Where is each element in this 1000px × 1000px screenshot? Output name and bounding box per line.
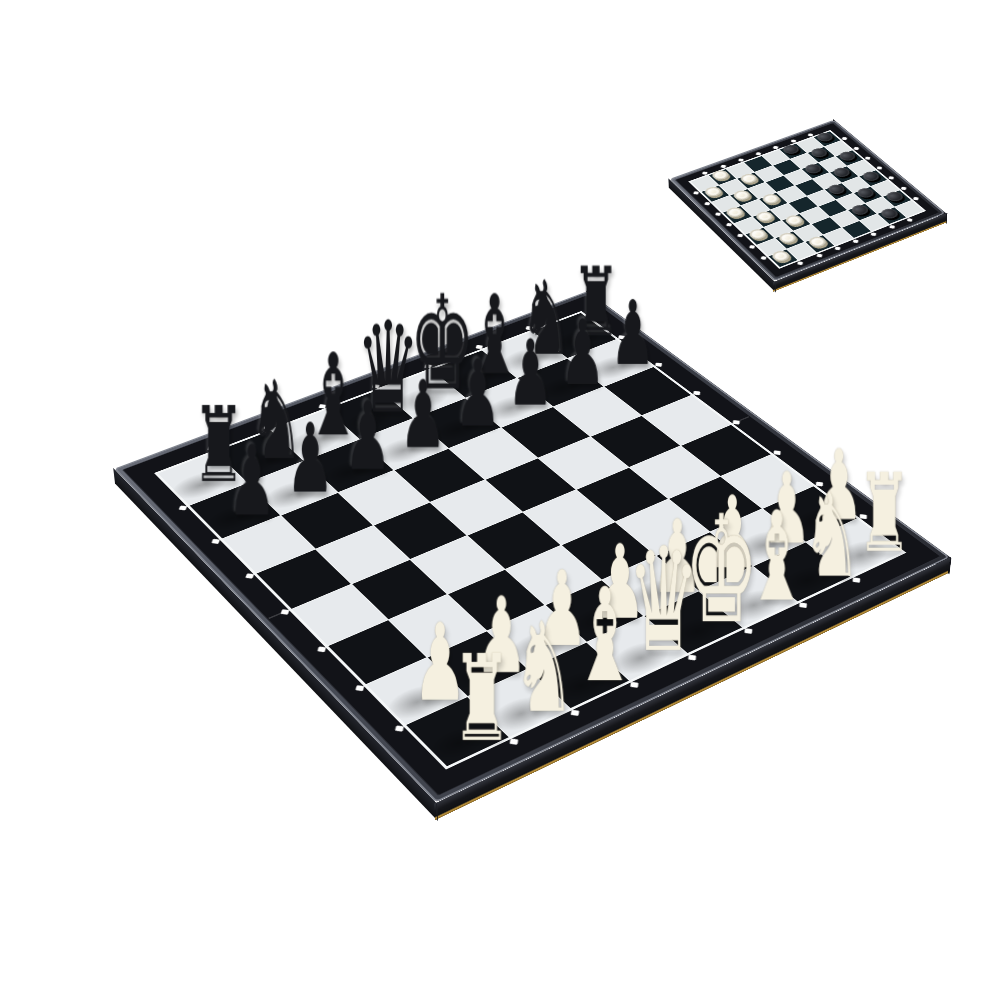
checkers-square-d6 [766, 176, 794, 192]
frame-notch [720, 165, 726, 168]
checkers-square-c7 [738, 173, 765, 189]
chess-piece-white-knight: ♞ [513, 605, 576, 729]
checkers-piece-black-man [837, 150, 859, 162]
frame-notch [744, 628, 752, 634]
chess-square-b2 [428, 632, 527, 697]
piece-shadow [334, 402, 404, 439]
frame-notch [372, 384, 380, 388]
chess-piece-cell-d1: ♛ [587, 617, 689, 682]
chess-square-g6 [554, 387, 641, 436]
chess-square-b8 [215, 431, 303, 483]
piece-shadow [417, 717, 500, 769]
checkers-square-h3 [871, 180, 899, 196]
chess-square-a8 [158, 452, 246, 505]
piece-shadow [616, 572, 692, 616]
chess-square-g1 [754, 543, 850, 602]
chess-piece-white-pawn: ♟ [651, 507, 702, 608]
chess-square-e8 [380, 370, 465, 418]
frame-notch [318, 404, 326, 408]
chess-piece-cell-c2: ♟ [486, 606, 587, 670]
piece-shadow [779, 501, 852, 542]
chess-square-e7 [414, 398, 501, 448]
frame-notch [816, 482, 823, 487]
checkers-square-h7 [825, 141, 852, 156]
checkers-board [669, 120, 946, 282]
checkers-square-d2 [812, 217, 840, 234]
chess-square-d6 [394, 449, 483, 502]
chess-piece-white-bishop: ♝ [746, 495, 809, 619]
checkers-square-g4 [842, 177, 870, 193]
frame-notch [355, 685, 364, 691]
checkers-piece-white-man [710, 169, 732, 182]
frame-notch [799, 603, 807, 608]
chess-piece-cell-g7: ♟ [517, 357, 604, 406]
chess-square-g5 [591, 416, 680, 467]
checkers-piece-black-man [848, 203, 871, 216]
checkers-square-e6 [784, 170, 811, 186]
chess-square-h7 [568, 340, 653, 386]
checkers-square-a8 [691, 176, 718, 192]
frame-notch [526, 326, 533, 330]
chess-square-e1 [644, 591, 742, 653]
checkers-square-e8 [762, 150, 789, 165]
chess-square-e5 [485, 458, 575, 511]
checkers-square-b3 [764, 221, 792, 238]
chess-piece-cell-g8: ♞ [482, 330, 568, 377]
checkers-square-h1 [895, 201, 923, 218]
frame-notch [715, 212, 721, 216]
frame-notch [630, 682, 639, 688]
frame-notch [733, 420, 740, 424]
chess-piece-black-pawn: ♟ [610, 289, 655, 378]
chess-piece-black-pawn: ♟ [400, 368, 447, 461]
chess-piece-black-knight: ♞ [249, 366, 304, 475]
piece-shadow [441, 362, 509, 397]
chess-square-h6 [604, 367, 690, 415]
frame-notch [749, 245, 755, 249]
checkers-square-e4 [807, 190, 835, 206]
chess-piece-cell-e2: ♟ [602, 556, 701, 617]
frame-notch [211, 539, 220, 544]
chess-square-b3 [389, 595, 486, 657]
chess-piece-white-pawn: ♟ [475, 583, 528, 688]
chess-piece-black-rook: ♜ [572, 254, 621, 350]
frame-notch [571, 710, 580, 716]
frame-notch [704, 202, 710, 205]
frame-notch [693, 191, 699, 194]
chess-piece-white-pawn: ♟ [814, 436, 863, 533]
chess-square-a7 [190, 483, 280, 538]
checkers-piece-black-man [780, 143, 801, 155]
chess-square-b1 [468, 670, 569, 737]
chess-piece-cell-c7: ♟ [302, 439, 393, 493]
checkers-square-h5 [848, 160, 875, 176]
chess-piece-cell-f7: ♟ [465, 377, 553, 427]
checkers-piece-white-man [769, 249, 792, 263]
checkers-square-c2 [794, 224, 823, 241]
checkers-square-f2 [848, 204, 876, 221]
checkers-square-g7 [808, 147, 835, 162]
piece-shadow [439, 650, 519, 698]
piece-shadow [726, 524, 800, 566]
checkers-square-f3 [836, 193, 864, 209]
chess-square-c3 [448, 570, 544, 631]
chess-piece-cell-h8: ♜ [532, 311, 617, 357]
checkers-piece-white-man [753, 210, 775, 223]
chess-square-a3 [329, 620, 427, 684]
chess-piece-black-pawn: ♟ [454, 348, 501, 440]
chess-square-f6 [502, 407, 590, 457]
chess-piece-cell-b2: ♟ [426, 632, 528, 698]
frame-notch [726, 223, 732, 227]
chess-square-g2 [711, 509, 805, 566]
checkers-square-a7 [702, 186, 730, 202]
checkers-piece-white-man [783, 213, 806, 226]
checkers-square-g3 [854, 187, 882, 203]
chess-piece-cell-b8: ♞ [212, 430, 302, 483]
checkers-square-g5 [830, 167, 857, 183]
chess-square-e6 [449, 428, 538, 480]
checkers-piece-white-man [738, 172, 760, 185]
checkers-square-a4 [734, 217, 762, 234]
piece-shadow [480, 689, 561, 739]
checkers-square-f1 [860, 214, 889, 231]
chess-piece-white-king: ♚ [684, 497, 759, 645]
checkers-board-rim [669, 120, 946, 282]
chess-square-f3 [616, 499, 709, 555]
checkers-piece-white-man [776, 231, 799, 245]
frame-notch [737, 234, 743, 238]
piece-shadow [580, 350, 647, 384]
chess-square-f8 [432, 350, 517, 397]
chess-piece-cell-a8: ♜ [154, 451, 245, 505]
frame-notch [889, 225, 895, 229]
chess-board: ♜♞♝♛♚♝♞♜♟♟♟♟♟♟♟♟♟♟♟♟♟♟♟♟♜♞♝♛♚♝♞♜ [114, 291, 950, 802]
frame-notch [773, 450, 780, 455]
checkers-square-f6 [802, 163, 829, 179]
chess-piece-cell-b1: ♞ [467, 671, 571, 740]
checkers-square-g6 [819, 157, 846, 172]
frame-notch [790, 140, 796, 143]
chess-piece-cell-e8: ♚ [378, 368, 465, 417]
chess-square-h4 [681, 425, 771, 476]
checkers-piece-black-man [825, 183, 847, 196]
piece-shadow [377, 677, 458, 726]
chess-board-rim [114, 291, 950, 802]
chess-piece-black-pawn: ♟ [344, 389, 392, 484]
piece-shadow [477, 390, 546, 426]
chess-square-d3 [506, 546, 601, 605]
chess-square-f2 [657, 532, 752, 590]
checkers-square-a3 [746, 227, 774, 244]
checkers-piece-black-man [814, 131, 835, 143]
chess-square-d4 [467, 512, 560, 569]
piece-shadow [672, 548, 747, 591]
chess-piece-cell-e1: ♚ [645, 592, 746, 656]
chess-square-e3 [562, 522, 656, 579]
chess-scene: ♜♞♝♛♚♝♞♜♟♟♟♟♟♟♟♟♟♟♟♟♟♟♟♟♜♞♝♛♚♝♞♜ [0, 0, 1000, 1000]
chess-square-a5 [257, 549, 351, 608]
chess-piece-cell-c8: ♝ [269, 409, 358, 461]
piece-shadow [423, 411, 493, 448]
chess-square-d7 [360, 419, 448, 470]
checkers-square-c5 [760, 193, 788, 209]
frame-notch [264, 425, 272, 429]
piece-shadow [529, 370, 597, 405]
checkers-square-e7 [773, 160, 800, 176]
checkers-square-g8 [797, 138, 824, 153]
chess-piece-white-pawn: ♟ [761, 459, 811, 557]
chess-piece-white-pawn: ♟ [412, 610, 466, 717]
chess-piece-cell-f8: ♝ [430, 349, 517, 397]
checkers-square-h2 [883, 190, 911, 206]
checkers-square-f8 [779, 144, 806, 159]
chess-square-b6 [281, 493, 372, 549]
chess-piece-black-bishop: ♝ [467, 280, 522, 389]
chess-square-b7 [248, 461, 337, 515]
frame-notch [395, 725, 404, 731]
frame-notch [816, 254, 822, 258]
checkers-board-frame [675, 123, 941, 278]
piece-shadow [500, 623, 579, 670]
chess-piece-white-rook: ♜ [857, 460, 912, 568]
checkers-square-d7 [755, 166, 782, 182]
chess-piece-cell-g2: ♟ [712, 509, 809, 567]
chess-piece-cell-h2: ♟ [765, 486, 861, 543]
frame-notch [888, 176, 894, 179]
checkers-scene [0, 0, 1000, 1000]
piece-shadow [279, 422, 350, 460]
chess-board-front-edge [434, 557, 951, 821]
chess-square-f1 [700, 567, 797, 627]
piece-shadow [542, 662, 622, 711]
frame-notch [834, 247, 840, 251]
chess-pieces-layer: ♜♞♝♛♚♝♞♜♟♟♟♟♟♟♟♟♟♟♟♟♟♟♟♟♜♞♝♛♚♝♞♜ [154, 311, 906, 770]
frame-notch [424, 364, 432, 368]
chess-square-d2 [546, 581, 643, 642]
frame-notch [907, 218, 913, 222]
chess-piece-cell-a1: ♜ [404, 699, 509, 770]
chess-piece-black-knight: ♞ [520, 267, 572, 369]
checkers-square-d1 [824, 228, 853, 245]
frame-notch [797, 261, 803, 265]
checkers-square-h4 [859, 170, 887, 186]
checkers-square-e2 [830, 210, 858, 227]
frame-notch [179, 506, 188, 511]
checkers-piece-black-man [860, 170, 882, 183]
frame-notch [852, 577, 860, 582]
checkers-square-b1 [787, 242, 816, 259]
chess-square-d5 [430, 480, 521, 535]
checkers-square-h8 [814, 131, 841, 146]
chess-square-b4 [352, 560, 447, 620]
chess-square-f4 [577, 467, 668, 521]
frame-notch [207, 446, 215, 451]
chess-piece-black-king: ♚ [409, 279, 475, 409]
chess-square-g7 [518, 359, 603, 407]
chess-piece-black-pawn: ♟ [560, 308, 606, 398]
frame-notch [773, 146, 779, 149]
piece-shadow [389, 381, 458, 417]
chess-square-c1 [528, 643, 628, 708]
checkers-square-g1 [877, 207, 905, 224]
frame-notch [842, 137, 848, 140]
checkers-piece-black-man [854, 186, 876, 199]
checkers-square-b5 [742, 199, 770, 215]
chess-piece-cell-c1: ♝ [528, 644, 631, 711]
chess-board-right-edge [586, 291, 952, 575]
chess-square-c5 [374, 503, 466, 559]
chess-piece-white-pawn: ♟ [707, 483, 758, 583]
chess-piece-black-bishop: ♝ [304, 339, 362, 452]
chess-grid [154, 311, 906, 770]
frame-notch [655, 363, 662, 367]
checkers-square-c1 [806, 235, 835, 252]
checkers-piece-black-man [883, 190, 905, 203]
chess-square-e2 [602, 556, 698, 616]
chess-piece-black-pawn: ♟ [286, 411, 335, 507]
chess-square-f5 [539, 437, 629, 489]
piece-shadow [659, 609, 737, 655]
checkers-board-left-edge [668, 178, 775, 292]
chess-square-c4 [410, 536, 504, 594]
checkers-square-a2 [757, 238, 786, 255]
chess-square-a2 [367, 658, 467, 724]
chess-square-e4 [523, 490, 615, 545]
chess-piece-white-pawn: ♟ [535, 557, 588, 661]
chess-square-h2 [763, 486, 856, 541]
checkers-square-b4 [753, 210, 781, 227]
checkers-square-c6 [749, 183, 777, 199]
checkers-square-d4 [789, 196, 817, 212]
frame-notch [871, 232, 877, 236]
chess-square-a4 [292, 584, 388, 645]
checkers-square-e5 [795, 180, 823, 196]
checkers-square-a5 [723, 206, 751, 223]
checkers-piece-black-man [808, 147, 830, 159]
frame-notch [807, 133, 813, 136]
chess-piece-cell-h1: ♜ [809, 519, 907, 578]
checkers-square-c4 [771, 203, 799, 220]
frame-notch [853, 147, 859, 150]
frame-notch [853, 239, 859, 243]
piece-shadow [824, 534, 899, 577]
checkers-square-f5 [813, 173, 841, 189]
chess-piece-black-pawn: ♟ [508, 328, 554, 419]
checkers-square-e1 [842, 221, 871, 238]
chess-square-g8 [483, 331, 567, 377]
chess-square-d8 [326, 390, 412, 439]
frame-notch [738, 158, 744, 161]
chess-square-c7 [304, 440, 393, 492]
chess-piece-cell-f1: ♝ [701, 567, 801, 629]
chess-piece-black-rook: ♜ [192, 393, 245, 497]
checkers-square-d3 [800, 207, 828, 224]
checkers-grid [688, 130, 926, 269]
board-hinge-seam [268, 416, 749, 619]
frame-notch [760, 256, 766, 260]
checkers-square-b8 [709, 169, 736, 185]
chess-square-a1 [406, 697, 508, 766]
checkers-square-d8 [745, 156, 772, 171]
checkers-square-c3 [782, 214, 810, 231]
chess-piece-cell-b7: ♟ [245, 460, 336, 515]
checkers-piece-white-man [746, 227, 769, 241]
frame-notch [281, 609, 290, 614]
chess-square-a6 [222, 516, 314, 573]
frame-notch [901, 186, 907, 189]
checkers-board-right-edge [833, 119, 947, 224]
checkers-piece-white-man [760, 192, 782, 205]
piece-shadow [255, 475, 328, 515]
piece-shadow [601, 635, 680, 682]
frame-notch [688, 655, 696, 661]
piece-shadow [222, 444, 294, 482]
frame-notch [317, 647, 326, 653]
chess-square-h3 [722, 455, 813, 508]
chess-piece-cell-d7: ♟ [358, 418, 448, 470]
chess-piece-cell-a7: ♟ [186, 483, 278, 539]
chess-square-c2 [488, 606, 586, 669]
checkers-square-a1 [769, 249, 798, 267]
chess-piece-cell-a2: ♟ [364, 659, 467, 727]
chess-piece-cell-e7: ♟ [412, 397, 501, 448]
piece-shadow [368, 431, 439, 469]
frame-notch [618, 335, 625, 339]
frame-notch [693, 391, 700, 395]
chess-piece-white-bishop: ♝ [572, 571, 638, 700]
checkers-piece-black-man [878, 207, 901, 220]
checkers-square-c8 [727, 163, 754, 179]
chess-square-g4 [630, 446, 721, 499]
checkers-board-front-edge [773, 213, 948, 292]
checkers-square-b2 [776, 231, 805, 248]
chess-square-h8 [533, 313, 616, 358]
frame-notch [860, 514, 867, 519]
frame-notch [865, 156, 871, 159]
chess-piece-black-pawn: ♟ [227, 433, 276, 530]
checkers-piece-white-man [724, 206, 746, 219]
chess-piece-white-queen: ♛ [627, 529, 700, 673]
chess-piece-white-knight: ♞ [802, 477, 861, 593]
chess-square-b5 [316, 526, 409, 584]
chess-piece-cell-d2: ♟ [545, 581, 645, 644]
checkers-piece-white-man [806, 235, 829, 249]
chess-piece-white-rook: ♜ [451, 639, 512, 758]
checkers-square-b7 [720, 179, 747, 195]
piece-shadow [770, 558, 846, 602]
chess-piece-cell-d8: ♛ [324, 388, 412, 439]
frame-notch [509, 739, 518, 745]
piece-shadow [493, 342, 560, 376]
piece-shadow [544, 323, 610, 356]
piece-shadow [559, 598, 637, 644]
chess-square-c6 [338, 471, 428, 525]
piece-shadow [196, 498, 270, 539]
checkers-square-e3 [818, 200, 846, 216]
frame-notch [755, 152, 761, 155]
chess-square-h5 [642, 395, 730, 445]
chess-board-frame [122, 295, 941, 796]
checkers-square-h6 [836, 150, 863, 165]
checkers-square-f4 [824, 183, 852, 199]
chess-square-g3 [670, 477, 762, 532]
chess-square-c8 [272, 410, 359, 461]
checkers-piece-white-man [731, 189, 753, 202]
piece-shadow [312, 453, 384, 492]
checkers-square-a6 [712, 196, 740, 212]
checkers-square-g2 [865, 197, 893, 213]
